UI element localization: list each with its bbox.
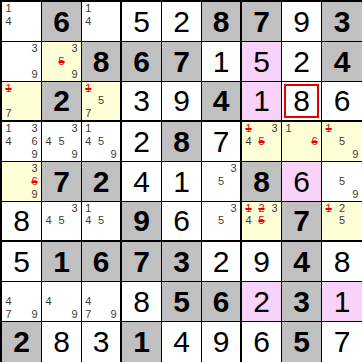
pencil-marks: 35: [202, 162, 240, 201]
empty-candidate-slot: [42, 42, 55, 55]
empty-candidate-slot: [242, 148, 255, 161]
cell-r8c1[interactable]: 479: [2, 282, 42, 322]
empty-candidate-slot: [82, 28, 95, 41]
given-digit: 1: [133, 327, 150, 357]
cell-r7c4[interactable]: 7: [122, 242, 162, 282]
cell-r3c5[interactable]: 9: [162, 82, 202, 122]
empty-candidate-slot: [349, 175, 362, 188]
candidate-digit: 1: [2, 122, 15, 135]
empty-candidate-slot: [107, 295, 120, 308]
empty-candidate-slot: [55, 42, 68, 55]
cell-r8c7[interactable]: 2: [242, 282, 282, 322]
empty-candidate-slot: [2, 55, 15, 68]
empty-candidate-slot: [202, 175, 215, 188]
empty-candidate-slot: [2, 188, 15, 201]
empty-candidate-slot: [268, 148, 281, 161]
pencil-marks: 17: [2, 82, 41, 120]
given-digit: 1: [53, 247, 70, 277]
given-digit: 6: [93, 247, 110, 277]
empty-candidate-slot: [349, 227, 362, 240]
cell-r6c8[interactable]: 7: [282, 202, 322, 242]
solved-digit: 8: [53, 327, 70, 357]
empty-candidate-slot: [15, 308, 28, 321]
solved-digit: 2: [133, 127, 150, 157]
given-digit: 8: [173, 127, 190, 157]
cell-r1c8[interactable]: 9: [282, 2, 322, 42]
cell-r8c8[interactable]: 3: [282, 282, 322, 322]
empty-candidate-slot: [268, 227, 281, 240]
candidate-digit: 9: [107, 148, 120, 161]
empty-candidate-slot: [242, 227, 255, 240]
given-digit: 8: [253, 167, 270, 197]
candidate-digit: 9: [68, 308, 81, 321]
solved-digit: 7: [213, 127, 230, 157]
solved-digit: 8: [133, 287, 150, 317]
empty-candidate-slot: [349, 215, 362, 228]
cell-r5c2[interactable]: 7: [42, 162, 82, 202]
candidate-digit: 4: [42, 135, 55, 148]
cell-r3c6[interactable]: 4: [202, 82, 242, 122]
empty-candidate-slot: [227, 227, 240, 240]
cell-r1c6[interactable]: 8: [202, 2, 242, 42]
empty-candidate-slot: [2, 175, 15, 188]
eliminated-candidate: 6: [308, 135, 321, 148]
empty-candidate-slot: [15, 135, 28, 148]
empty-candidate-slot: [2, 28, 15, 41]
given-digit: 5: [293, 327, 310, 357]
empty-candidate-slot: [82, 148, 95, 161]
empty-candidate-slot: [42, 202, 55, 215]
candidate-digit: 9: [28, 188, 41, 201]
empty-candidate-slot: [107, 95, 120, 108]
eliminated-candidate: 6: [28, 175, 41, 188]
candidate-digit: 9: [28, 308, 41, 321]
cell-r4c1[interactable]: 13469: [2, 122, 42, 162]
candidate-digit: 4: [2, 135, 15, 148]
cell-r7c1[interactable]: 5: [2, 242, 42, 282]
cell-r4c4[interactable]: 2: [122, 122, 162, 162]
empty-candidate-slot: [28, 295, 41, 308]
candidate-digit: 4: [42, 295, 55, 308]
cell-r2c9[interactable]: 4: [322, 42, 362, 82]
empty-candidate-slot: [107, 107, 120, 120]
solved-digit: 9: [293, 7, 310, 37]
cell-r2c6[interactable]: 1: [202, 42, 242, 82]
empty-candidate-slot: [349, 135, 362, 148]
empty-candidate-slot: [28, 82, 41, 95]
cell-r4c6[interactable]: 7: [202, 122, 242, 162]
cell-r2c5[interactable]: 7: [162, 42, 202, 82]
solved-digit: 6: [293, 167, 310, 197]
cell-r1c5[interactable]: 2: [162, 2, 202, 42]
cell-r3c4[interactable]: 3: [122, 82, 162, 122]
empty-candidate-slot: [335, 227, 348, 240]
empty-candidate-slot: [95, 15, 108, 28]
cell-r9c6[interactable]: 9: [202, 322, 242, 362]
candidate-digit: 3: [227, 162, 240, 175]
given-digit: 4: [293, 247, 310, 277]
cell-r5c6[interactable]: 35: [202, 162, 242, 202]
cell-r4c9[interactable]: 159: [322, 122, 362, 162]
empty-candidate-slot: [28, 107, 41, 120]
pencil-marks: 159: [322, 122, 362, 161]
candidate-digit: 5: [55, 215, 68, 228]
empty-candidate-slot: [2, 162, 15, 175]
eliminated-candidate: 5: [255, 215, 268, 228]
cell-r8c4[interactable]: 8: [122, 282, 162, 322]
cell-r2c8[interactable]: 2: [282, 42, 322, 82]
empty-candidate-slot: [28, 28, 41, 41]
empty-candidate-slot: [349, 122, 362, 135]
empty-candidate-slot: [42, 227, 55, 240]
given-digit: 6: [213, 287, 230, 317]
cell-r5c7[interactable]: 8: [242, 162, 282, 202]
empty-candidate-slot: [95, 148, 108, 161]
cell-r7c3[interactable]: 6: [82, 242, 122, 282]
candidate-digit: 7: [2, 107, 15, 120]
cell-r3c8[interactable]: 8: [282, 82, 322, 122]
pencil-marks: 479: [82, 282, 120, 321]
empty-candidate-slot: [322, 135, 335, 148]
empty-candidate-slot: [68, 135, 81, 148]
pencil-marks: 14: [82, 2, 120, 41]
empty-candidate-slot: [255, 148, 268, 161]
empty-candidate-slot: [295, 135, 308, 148]
empty-candidate-slot: [322, 227, 335, 240]
empty-candidate-slot: [107, 227, 120, 240]
empty-candidate-slot: [55, 202, 68, 215]
empty-candidate-slot: [42, 282, 55, 295]
cell-r3c3[interactable]: 157: [82, 82, 122, 122]
cell-r7c5[interactable]: 3: [162, 242, 202, 282]
cell-r1c3[interactable]: 14: [82, 2, 122, 42]
solved-digit: 9: [173, 86, 190, 116]
empty-candidate-slot: [268, 215, 281, 228]
solved-digit: 6: [334, 86, 351, 116]
candidate-digit: 9: [28, 68, 41, 81]
given-digit: 2: [53, 86, 70, 116]
empty-candidate-slot: [15, 175, 28, 188]
solved-digit: 6: [173, 206, 190, 236]
given-digit: 8: [93, 47, 110, 77]
empty-candidate-slot: [82, 282, 95, 295]
cell-r9c7[interactable]: 6: [242, 322, 282, 362]
empty-candidate-slot: [28, 95, 41, 108]
cell-r3c2[interactable]: 2: [42, 82, 82, 122]
empty-candidate-slot: [335, 148, 348, 161]
candidate-digit: 3: [227, 202, 240, 215]
pencil-marks: 49: [42, 282, 81, 321]
cell-r6c6[interactable]: 35: [202, 202, 242, 242]
empty-candidate-slot: [68, 55, 81, 68]
cell-r2c3[interactable]: 8: [82, 42, 122, 82]
empty-candidate-slot: [255, 122, 268, 135]
cell-r2c2[interactable]: 359: [42, 42, 82, 82]
candidate-digit: 9: [349, 148, 362, 161]
pencil-marks: 12345: [242, 202, 281, 240]
empty-candidate-slot: [15, 15, 28, 28]
empty-candidate-slot: [107, 82, 120, 95]
solved-digit: 1: [253, 86, 270, 116]
empty-candidate-slot: [15, 188, 28, 201]
cell-r2c7[interactable]: 5: [242, 42, 282, 82]
pencil-marks: 59: [322, 162, 362, 201]
empty-candidate-slot: [227, 188, 240, 201]
cell-r3c1[interactable]: 17: [2, 82, 42, 122]
cell-r1c7[interactable]: 7: [242, 2, 282, 42]
solved-digit: 6: [253, 327, 270, 357]
cell-r1c2[interactable]: 6: [42, 2, 82, 42]
empty-candidate-slot: [2, 282, 15, 295]
solved-digit: 2: [173, 7, 190, 37]
empty-candidate-slot: [95, 28, 108, 41]
candidate-digit: 3: [68, 122, 81, 135]
cell-r1c1[interactable]: 14: [2, 2, 42, 42]
sudoku-board: 1461452879339359867152417215739418613469…: [0, 0, 362, 362]
candidate-digit: 3: [28, 42, 41, 55]
pencil-marks: 16: [282, 122, 321, 161]
cell-r2c1[interactable]: 39: [2, 42, 42, 82]
empty-candidate-slot: [2, 148, 15, 161]
empty-candidate-slot: [95, 82, 108, 95]
eliminated-candidate: 5: [55, 55, 68, 68]
cell-r7c2[interactable]: 1: [42, 242, 82, 282]
candidate-digit: 3: [68, 202, 81, 215]
cell-r2c4[interactable]: 6: [122, 42, 162, 82]
empty-candidate-slot: [268, 135, 281, 148]
cell-r7c9[interactable]: 8: [322, 242, 362, 282]
cell-r6c3[interactable]: 145: [82, 202, 122, 242]
empty-candidate-slot: [95, 107, 108, 120]
candidate-digit: 3: [268, 202, 281, 215]
pencil-marks: 479: [2, 282, 41, 321]
empty-candidate-slot: [215, 162, 228, 175]
empty-candidate-slot: [15, 107, 28, 120]
empty-candidate-slot: [15, 282, 28, 295]
candidate-digit: 2: [335, 202, 348, 215]
candidate-digit: 9: [68, 148, 81, 161]
cell-r4c2[interactable]: 3459: [42, 122, 82, 162]
given-digit: 2: [13, 327, 30, 357]
empty-candidate-slot: [15, 68, 28, 81]
empty-candidate-slot: [202, 202, 215, 215]
empty-candidate-slot: [68, 295, 81, 308]
empty-candidate-slot: [202, 215, 215, 228]
pencil-marks: 145: [82, 202, 120, 240]
empty-candidate-slot: [335, 162, 348, 175]
given-digit: 7: [53, 167, 70, 197]
candidate-digit: 4: [242, 215, 255, 228]
empty-candidate-slot: [42, 148, 55, 161]
candidate-digit: 6: [28, 135, 41, 148]
empty-candidate-slot: [42, 122, 55, 135]
candidate-digit: 4: [82, 295, 95, 308]
empty-candidate-slot: [2, 95, 15, 108]
empty-candidate-slot: [282, 135, 295, 148]
cell-r5c9[interactable]: 59: [322, 162, 362, 202]
pencil-marks: 39: [2, 42, 41, 81]
empty-candidate-slot: [107, 2, 120, 15]
candidate-digit: 5: [95, 135, 108, 148]
empty-candidate-slot: [295, 148, 308, 161]
solved-digit: 2: [293, 47, 310, 77]
cell-r9c9[interactable]: 7: [322, 322, 362, 362]
empty-candidate-slot: [15, 2, 28, 15]
candidate-digit: 7: [82, 308, 95, 321]
candidate-digit: 5: [95, 215, 108, 228]
empty-candidate-slot: [282, 148, 295, 161]
cell-r9c4[interactable]: 1: [122, 322, 162, 362]
empty-candidate-slot: [15, 82, 28, 95]
cell-r1c9[interactable]: 3: [322, 2, 362, 42]
cell-r6c9[interactable]: 125: [322, 202, 362, 242]
empty-candidate-slot: [322, 175, 335, 188]
cell-r5c4[interactable]: 4: [122, 162, 162, 202]
candidate-digit: 7: [2, 308, 15, 321]
solved-digit: 2: [253, 287, 270, 317]
pencil-marks: 125: [322, 202, 362, 240]
candidate-digit: 4: [2, 295, 15, 308]
empty-candidate-slot: [42, 308, 55, 321]
cell-r8c9[interactable]: 1: [322, 282, 362, 322]
empty-candidate-slot: [15, 42, 28, 55]
cell-r7c8[interactable]: 4: [282, 242, 322, 282]
empty-candidate-slot: [202, 188, 215, 201]
solved-digit: 8: [334, 247, 351, 277]
pencil-marks: 359: [42, 42, 81, 81]
eliminated-candidate: 2: [255, 202, 268, 215]
pencil-marks: 13469: [2, 122, 41, 161]
empty-candidate-slot: [55, 122, 68, 135]
empty-candidate-slot: [15, 55, 28, 68]
cell-r9c3[interactable]: 3: [82, 322, 122, 362]
cell-r4c3[interactable]: 1459: [82, 122, 122, 162]
empty-candidate-slot: [28, 2, 41, 15]
given-digit: 9: [133, 206, 150, 236]
cell-r5c5[interactable]: 1: [162, 162, 202, 202]
given-digit: 6: [53, 7, 70, 37]
solved-digit: 9: [213, 327, 230, 357]
cell-r4c5[interactable]: 8: [162, 122, 202, 162]
given-digit: 4: [334, 47, 351, 77]
pencil-marks: 35: [202, 202, 240, 240]
candidate-digit: 9: [28, 148, 41, 161]
cell-r4c7[interactable]: 1345: [242, 122, 282, 162]
empty-candidate-slot: [28, 15, 41, 28]
cell-r6c4[interactable]: 9: [122, 202, 162, 242]
empty-candidate-slot: [2, 68, 15, 81]
eliminated-candidate: 5: [255, 135, 268, 148]
empty-candidate-slot: [202, 227, 215, 240]
candidate-digit: 5: [215, 215, 228, 228]
empty-candidate-slot: [215, 227, 228, 240]
candidate-digit: 4: [242, 135, 255, 148]
candidate-digit: 3: [28, 122, 41, 135]
cell-r4c8[interactable]: 16: [282, 122, 322, 162]
empty-candidate-slot: [227, 175, 240, 188]
cell-r3c9[interactable]: 6: [322, 82, 362, 122]
given-digit: 7: [173, 47, 190, 77]
candidate-digit: 5: [335, 175, 348, 188]
candidate-digit: 5: [95, 95, 108, 108]
cell-r8c6[interactable]: 6: [202, 282, 242, 322]
cell-r1c4[interactable]: 5: [122, 2, 162, 42]
candidate-digit: 1: [82, 2, 95, 15]
empty-candidate-slot: [55, 227, 68, 240]
cell-r6c2[interactable]: 345: [42, 202, 82, 242]
solved-digit: 8: [13, 206, 30, 236]
empty-candidate-slot: [95, 282, 108, 295]
cell-r7c6[interactable]: 2: [202, 242, 242, 282]
cell-r8c3[interactable]: 479: [82, 282, 122, 322]
candidate-digit: 9: [107, 308, 120, 321]
given-digit: 5: [173, 287, 190, 317]
empty-candidate-slot: [322, 188, 335, 201]
cell-r3c7[interactable]: 1: [242, 82, 282, 122]
candidate-digit: 5: [55, 135, 68, 148]
cell-r9c2[interactable]: 8: [42, 322, 82, 362]
solved-digit: 1: [173, 167, 190, 197]
eliminated-candidate: 1: [322, 122, 335, 135]
cell-r5c8[interactable]: 6: [282, 162, 322, 202]
pencil-marks: 157: [82, 82, 120, 120]
empty-candidate-slot: [322, 162, 335, 175]
pencil-marks: 345: [42, 202, 81, 240]
cell-r8c5[interactable]: 5: [162, 282, 202, 322]
empty-candidate-slot: [28, 282, 41, 295]
cell-r6c7[interactable]: 12345: [242, 202, 282, 242]
candidate-digit: 4: [82, 215, 95, 228]
cell-r6c5[interactable]: 6: [162, 202, 202, 242]
candidate-digit: 1: [2, 2, 15, 15]
given-digit: 8: [213, 7, 230, 37]
empty-candidate-slot: [107, 215, 120, 228]
pencil-marks: 369: [2, 162, 41, 201]
empty-candidate-slot: [202, 162, 215, 175]
empty-candidate-slot: [322, 215, 335, 228]
empty-candidate-slot: [308, 148, 321, 161]
cell-r9c8[interactable]: 5: [282, 322, 322, 362]
empty-candidate-slot: [335, 188, 348, 201]
candidate-digit: 7: [82, 107, 95, 120]
cell-r8c2[interactable]: 49: [42, 282, 82, 322]
eliminated-candidate: 1: [82, 82, 95, 95]
given-digit: 4: [213, 86, 230, 116]
candidate-digit: 9: [349, 188, 362, 201]
cell-r9c5[interactable]: 4: [162, 322, 202, 362]
empty-candidate-slot: [15, 95, 28, 108]
empty-candidate-slot: [95, 122, 108, 135]
cell-r5c1[interactable]: 369: [2, 162, 42, 202]
empty-candidate-slot: [215, 188, 228, 201]
empty-candidate-slot: [55, 308, 68, 321]
eliminated-candidate: 1: [242, 122, 255, 135]
cell-r9c1[interactable]: 2: [2, 322, 42, 362]
empty-candidate-slot: [349, 202, 362, 215]
empty-candidate-slot: [107, 28, 120, 41]
empty-candidate-slot: [295, 122, 308, 135]
empty-candidate-slot: [55, 282, 68, 295]
pencil-marks: 1459: [82, 122, 120, 161]
cell-r6c1[interactable]: 8: [2, 202, 42, 242]
candidate-digit: 5: [335, 135, 348, 148]
cell-r5c3[interactable]: 2: [82, 162, 122, 202]
cell-r7c7[interactable]: 9: [242, 242, 282, 282]
empty-candidate-slot: [95, 227, 108, 240]
given-digit: 6: [133, 47, 150, 77]
solved-digit: 1: [213, 47, 230, 77]
given-digit: 3: [334, 7, 351, 37]
